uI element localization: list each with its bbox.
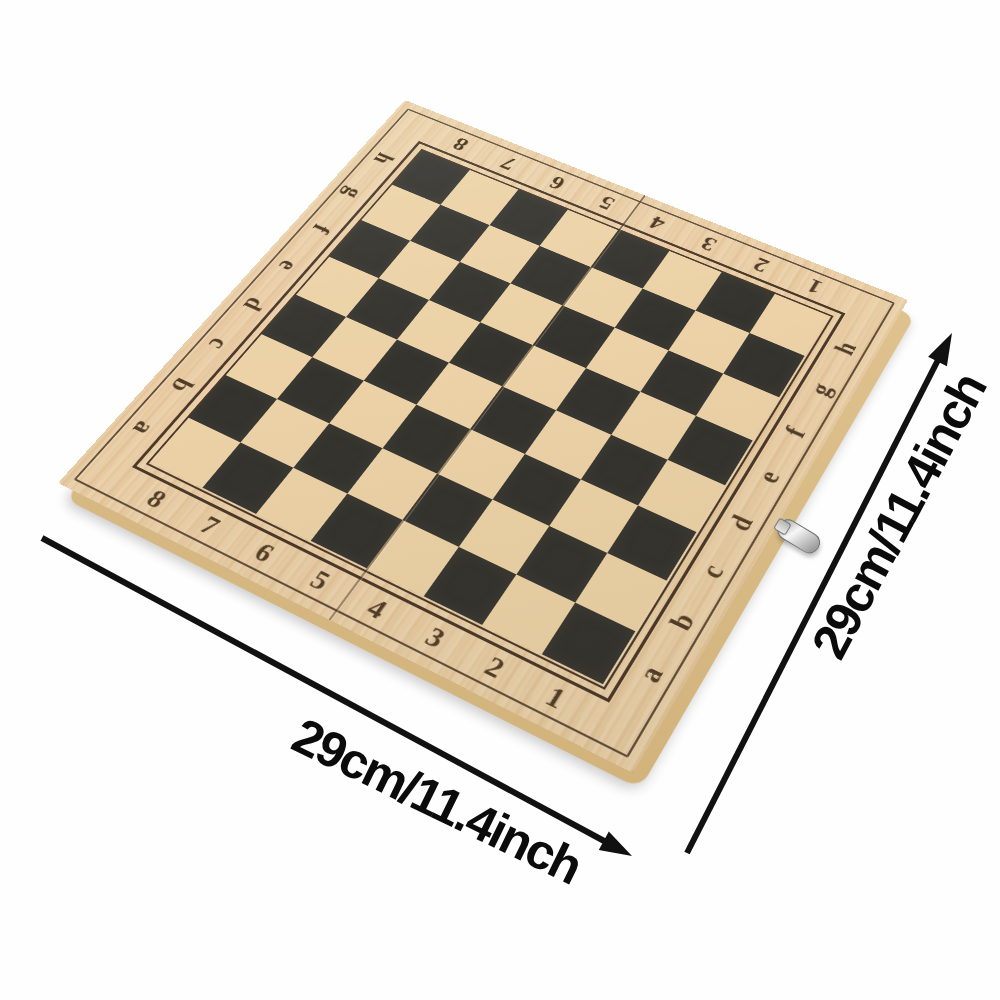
chessboard: 88hh77gg66ff55ee44dd33cc22bb11aa	[58, 100, 908, 773]
metal-clasp-latch	[774, 515, 824, 557]
product-photo: 88hh77gg66ff55ee44dd33cc22bb11aa 29cm/11…	[0, 0, 1000, 1000]
squares-grid	[150, 151, 829, 685]
